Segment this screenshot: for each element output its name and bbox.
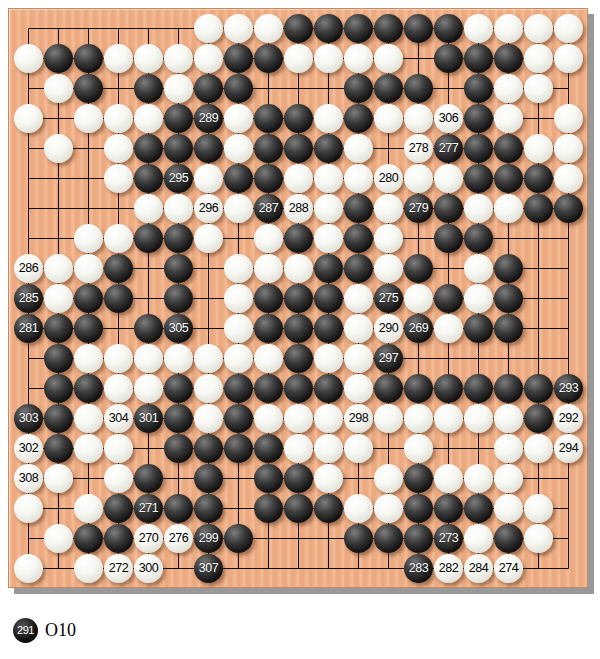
intersection-r6-c19[interactable]	[554, 164, 584, 194]
intersection-r12-c17[interactable]	[494, 344, 524, 374]
intersection-r16-c13[interactable]	[374, 464, 404, 494]
intersection-r12-c13[interactable]: 297	[374, 344, 404, 374]
intersection-r15-c15[interactable]	[434, 434, 464, 464]
intersection-r6-c10[interactable]	[284, 164, 314, 194]
intersection-r9-c5[interactable]	[134, 254, 164, 284]
intersection-r9-c19[interactable]	[554, 254, 584, 284]
intersection-r10-c1[interactable]: 285	[14, 284, 44, 314]
intersection-r1-c16[interactable]	[464, 14, 494, 44]
intersection-r1-c17[interactable]	[494, 14, 524, 44]
intersection-r12-c14[interactable]	[404, 344, 434, 374]
intersection-r1-c12[interactable]	[344, 14, 374, 44]
intersection-r7-c15[interactable]	[434, 194, 464, 224]
intersection-r11-c4[interactable]	[104, 314, 134, 344]
intersection-r13-c10[interactable]	[284, 374, 314, 404]
intersection-r8-c18[interactable]	[524, 224, 554, 254]
intersection-r8-c3[interactable]	[74, 224, 104, 254]
intersection-r19-c7[interactable]: 307	[194, 554, 224, 584]
intersection-r17-c19[interactable]	[554, 494, 584, 524]
intersection-r12-c8[interactable]	[224, 344, 254, 374]
intersection-r13-c6[interactable]	[164, 374, 194, 404]
intersection-r14-c2[interactable]	[44, 404, 74, 434]
intersection-r10-c12[interactable]	[344, 284, 374, 314]
intersection-r6-c12[interactable]	[344, 164, 374, 194]
intersection-r10-c4[interactable]	[104, 284, 134, 314]
intersection-r5-c11[interactable]	[314, 134, 344, 164]
intersection-r11-c3[interactable]	[74, 314, 104, 344]
intersection-r19-c16[interactable]: 284	[464, 554, 494, 584]
intersection-r13-c8[interactable]	[224, 374, 254, 404]
intersection-r7-c12[interactable]	[344, 194, 374, 224]
intersection-r1-c18[interactable]	[524, 14, 554, 44]
intersection-r3-c1[interactable]	[14, 74, 44, 104]
intersection-r11-c2[interactable]	[44, 314, 74, 344]
intersection-r18-c14[interactable]	[404, 524, 434, 554]
intersection-r2-c16[interactable]	[464, 44, 494, 74]
intersection-r17-c2[interactable]	[44, 494, 74, 524]
intersection-r3-c2[interactable]	[44, 74, 74, 104]
intersection-r11-c14[interactable]: 269	[404, 314, 434, 344]
intersection-r6-c9[interactable]	[254, 164, 284, 194]
intersection-r8-c4[interactable]	[104, 224, 134, 254]
intersection-r13-c16[interactable]	[464, 374, 494, 404]
intersection-r12-c11[interactable]	[314, 344, 344, 374]
intersection-r10-c3[interactable]	[74, 284, 104, 314]
intersection-r19-c14[interactable]: 283	[404, 554, 434, 584]
intersection-r9-c10[interactable]	[284, 254, 314, 284]
intersection-r5-c14[interactable]: 278	[404, 134, 434, 164]
intersection-r2-c5[interactable]	[134, 44, 164, 74]
intersection-r6-c7[interactable]	[194, 164, 224, 194]
intersection-r1-c2[interactable]	[44, 14, 74, 44]
intersection-r6-c13[interactable]: 280	[374, 164, 404, 194]
intersection-r3-c7[interactable]	[194, 74, 224, 104]
intersection-r4-c8[interactable]	[224, 104, 254, 134]
intersection-r6-c17[interactable]	[494, 164, 524, 194]
intersection-r4-c15[interactable]: 306	[434, 104, 464, 134]
intersection-r14-c10[interactable]	[284, 404, 314, 434]
intersection-r18-c16[interactable]	[464, 524, 494, 554]
intersection-r10-c7[interactable]	[194, 284, 224, 314]
intersection-r15-c12[interactable]	[344, 434, 374, 464]
intersection-r15-c1[interactable]: 302	[14, 434, 44, 464]
intersection-r7-c10[interactable]: 288	[284, 194, 314, 224]
intersection-r11-c8[interactable]	[224, 314, 254, 344]
intersection-r16-c12[interactable]	[344, 464, 374, 494]
intersection-r14-c18[interactable]	[524, 404, 554, 434]
intersection-r3-c19[interactable]	[554, 74, 584, 104]
intersection-r18-c10[interactable]	[284, 524, 314, 554]
intersection-r6-c18[interactable]	[524, 164, 554, 194]
intersection-r16-c2[interactable]	[44, 464, 74, 494]
intersection-r1-c5[interactable]	[134, 14, 164, 44]
intersection-r8-c8[interactable]	[224, 224, 254, 254]
intersection-r18-c3[interactable]	[74, 524, 104, 554]
intersection-r7-c1[interactable]	[14, 194, 44, 224]
intersection-r11-c15[interactable]	[434, 314, 464, 344]
intersection-r7-c14[interactable]: 279	[404, 194, 434, 224]
intersection-r1-c15[interactable]	[434, 14, 464, 44]
intersection-r15-c9[interactable]	[254, 434, 284, 464]
intersection-r1-c3[interactable]	[74, 14, 104, 44]
intersection-r1-c6[interactable]	[164, 14, 194, 44]
intersection-r19-c2[interactable]	[44, 554, 74, 584]
intersection-r18-c8[interactable]	[224, 524, 254, 554]
intersection-r3-c9[interactable]	[254, 74, 284, 104]
intersection-r2-c19[interactable]	[554, 44, 584, 74]
intersection-r14-c5[interactable]: 301	[134, 404, 164, 434]
intersection-r4-c4[interactable]	[104, 104, 134, 134]
intersection-r16-c16[interactable]	[464, 464, 494, 494]
intersection-r13-c5[interactable]	[134, 374, 164, 404]
intersection-r7-c5[interactable]	[134, 194, 164, 224]
intersection-r17-c6[interactable]	[164, 494, 194, 524]
intersection-r19-c9[interactable]	[254, 554, 284, 584]
intersection-r6-c2[interactable]	[44, 164, 74, 194]
intersection-r17-c13[interactable]	[374, 494, 404, 524]
intersection-r16-c19[interactable]	[554, 464, 584, 494]
intersection-r3-c14[interactable]	[404, 74, 434, 104]
intersection-r17-c14[interactable]	[404, 494, 434, 524]
intersection-r4-c17[interactable]	[494, 104, 524, 134]
intersection-r7-c9[interactable]: 287	[254, 194, 284, 224]
intersection-r14-c4[interactable]: 304	[104, 404, 134, 434]
intersection-r16-c3[interactable]	[74, 464, 104, 494]
intersection-r12-c4[interactable]	[104, 344, 134, 374]
intersection-r5-c17[interactable]	[494, 134, 524, 164]
intersection-r10-c10[interactable]	[284, 284, 314, 314]
intersection-r13-c11[interactable]	[314, 374, 344, 404]
intersection-r1-c19[interactable]	[554, 14, 584, 44]
intersection-r12-c1[interactable]	[14, 344, 44, 374]
intersection-r5-c5[interactable]	[134, 134, 164, 164]
intersection-r19-c11[interactable]	[314, 554, 344, 584]
intersection-r7-c13[interactable]	[374, 194, 404, 224]
intersection-r15-c7[interactable]	[194, 434, 224, 464]
intersection-r6-c5[interactable]	[134, 164, 164, 194]
intersection-r4-c5[interactable]	[134, 104, 164, 134]
intersection-r7-c8[interactable]	[224, 194, 254, 224]
intersection-r1-c4[interactable]	[104, 14, 134, 44]
intersection-r17-c9[interactable]	[254, 494, 284, 524]
intersection-r11-c9[interactable]	[254, 314, 284, 344]
intersection-r18-c19[interactable]	[554, 524, 584, 554]
intersection-r1-c10[interactable]	[284, 14, 314, 44]
intersection-r3-c3[interactable]	[74, 74, 104, 104]
intersection-r10-c2[interactable]	[44, 284, 74, 314]
intersection-r10-c5[interactable]	[134, 284, 164, 314]
intersection-r13-c18[interactable]	[524, 374, 554, 404]
intersection-r18-c17[interactable]	[494, 524, 524, 554]
intersection-r19-c12[interactable]	[344, 554, 374, 584]
intersection-r9-c2[interactable]	[44, 254, 74, 284]
intersection-r2-c13[interactable]	[374, 44, 404, 74]
intersection-r10-c16[interactable]	[464, 284, 494, 314]
intersection-r10-c17[interactable]	[494, 284, 524, 314]
intersection-r8-c2[interactable]	[44, 224, 74, 254]
intersection-r8-c17[interactable]	[494, 224, 524, 254]
intersection-r5-c4[interactable]	[104, 134, 134, 164]
intersection-r16-c18[interactable]	[524, 464, 554, 494]
intersection-r15-c2[interactable]	[44, 434, 74, 464]
intersection-r17-c17[interactable]	[494, 494, 524, 524]
intersection-r15-c13[interactable]	[374, 434, 404, 464]
intersection-r17-c8[interactable]	[224, 494, 254, 524]
intersection-r1-c7[interactable]	[194, 14, 224, 44]
intersection-r15-c14[interactable]	[404, 434, 434, 464]
intersection-r19-c18[interactable]	[524, 554, 554, 584]
intersection-r11-c7[interactable]	[194, 314, 224, 344]
intersection-r14-c1[interactable]: 303	[14, 404, 44, 434]
intersection-r5-c2[interactable]	[44, 134, 74, 164]
intersection-r10-c6[interactable]	[164, 284, 194, 314]
intersection-r18-c7[interactable]: 299	[194, 524, 224, 554]
intersection-r17-c16[interactable]	[464, 494, 494, 524]
intersection-r14-c11[interactable]	[314, 404, 344, 434]
intersection-r7-c16[interactable]	[464, 194, 494, 224]
intersection-r15-c10[interactable]	[284, 434, 314, 464]
intersection-r14-c6[interactable]	[164, 404, 194, 434]
intersection-r18-c5[interactable]: 270	[134, 524, 164, 554]
intersection-r2-c17[interactable]	[494, 44, 524, 74]
intersection-r6-c6[interactable]: 295	[164, 164, 194, 194]
intersection-r19-c8[interactable]	[224, 554, 254, 584]
intersection-r4-c2[interactable]	[44, 104, 74, 134]
intersection-r17-c11[interactable]	[314, 494, 344, 524]
intersection-r14-c16[interactable]	[464, 404, 494, 434]
intersection-r5-c8[interactable]	[224, 134, 254, 164]
intersection-r18-c2[interactable]	[44, 524, 74, 554]
intersection-r19-c4[interactable]: 272	[104, 554, 134, 584]
intersection-r3-c15[interactable]	[434, 74, 464, 104]
intersection-r8-c10[interactable]	[284, 224, 314, 254]
intersection-r9-c9[interactable]	[254, 254, 284, 284]
intersection-r19-c6[interactable]	[164, 554, 194, 584]
intersection-r16-c5[interactable]	[134, 464, 164, 494]
intersection-r14-c12[interactable]: 298	[344, 404, 374, 434]
intersection-r3-c16[interactable]	[464, 74, 494, 104]
intersection-r3-c12[interactable]	[344, 74, 374, 104]
intersection-r9-c12[interactable]	[344, 254, 374, 284]
intersection-r6-c3[interactable]	[74, 164, 104, 194]
intersection-r9-c6[interactable]	[164, 254, 194, 284]
intersection-r19-c1[interactable]	[14, 554, 44, 584]
intersection-r2-c10[interactable]	[284, 44, 314, 74]
intersection-r17-c15[interactable]	[434, 494, 464, 524]
intersection-r9-c15[interactable]	[434, 254, 464, 284]
intersection-r5-c13[interactable]	[374, 134, 404, 164]
intersection-r15-c19[interactable]: 294	[554, 434, 584, 464]
intersection-r8-c12[interactable]	[344, 224, 374, 254]
intersection-r4-c11[interactable]	[314, 104, 344, 134]
intersection-r11-c19[interactable]	[554, 314, 584, 344]
intersection-r8-c14[interactable]	[404, 224, 434, 254]
intersection-r5-c16[interactable]	[464, 134, 494, 164]
intersection-r11-c10[interactable]	[284, 314, 314, 344]
intersection-r10-c18[interactable]	[524, 284, 554, 314]
intersection-r7-c7[interactable]: 296	[194, 194, 224, 224]
intersection-r11-c11[interactable]	[314, 314, 344, 344]
intersection-r2-c1[interactable]	[14, 44, 44, 74]
intersection-r4-c3[interactable]	[74, 104, 104, 134]
intersection-r15-c8[interactable]	[224, 434, 254, 464]
intersection-r5-c1[interactable]	[14, 134, 44, 164]
intersection-r11-c16[interactable]	[464, 314, 494, 344]
intersection-r11-c13[interactable]: 290	[374, 314, 404, 344]
intersection-r18-c9[interactable]	[254, 524, 284, 554]
intersection-r7-c19[interactable]	[554, 194, 584, 224]
intersection-r7-c6[interactable]	[164, 194, 194, 224]
intersection-r19-c3[interactable]	[74, 554, 104, 584]
intersection-r8-c11[interactable]	[314, 224, 344, 254]
intersection-r10-c13[interactable]: 275	[374, 284, 404, 314]
intersection-r8-c5[interactable]	[134, 224, 164, 254]
intersection-r7-c18[interactable]	[524, 194, 554, 224]
intersection-r14-c15[interactable]	[434, 404, 464, 434]
intersection-r19-c19[interactable]	[554, 554, 584, 584]
intersection-r12-c5[interactable]	[134, 344, 164, 374]
intersection-r2-c3[interactable]	[74, 44, 104, 74]
intersection-r12-c2[interactable]	[44, 344, 74, 374]
intersection-r5-c7[interactable]	[194, 134, 224, 164]
intersection-r18-c6[interactable]: 276	[164, 524, 194, 554]
intersection-r9-c1[interactable]: 286	[14, 254, 44, 284]
intersection-r17-c18[interactable]	[524, 494, 554, 524]
intersection-r16-c1[interactable]: 308	[14, 464, 44, 494]
intersection-r5-c12[interactable]	[344, 134, 374, 164]
intersection-r2-c8[interactable]	[224, 44, 254, 74]
intersection-r2-c12[interactable]	[344, 44, 374, 74]
intersection-r1-c14[interactable]	[404, 14, 434, 44]
intersection-r10-c14[interactable]	[404, 284, 434, 314]
intersection-r13-c9[interactable]	[254, 374, 284, 404]
intersection-r14-c13[interactable]	[374, 404, 404, 434]
intersection-r8-c9[interactable]	[254, 224, 284, 254]
intersection-r16-c6[interactable]	[164, 464, 194, 494]
intersection-r2-c14[interactable]	[404, 44, 434, 74]
intersection-r18-c13[interactable]	[374, 524, 404, 554]
intersection-r8-c13[interactable]	[374, 224, 404, 254]
intersection-r13-c15[interactable]	[434, 374, 464, 404]
intersection-r6-c15[interactable]	[434, 164, 464, 194]
intersection-r9-c7[interactable]	[194, 254, 224, 284]
intersection-r2-c7[interactable]	[194, 44, 224, 74]
intersection-r7-c4[interactable]	[104, 194, 134, 224]
intersection-r5-c19[interactable]	[554, 134, 584, 164]
intersection-r14-c17[interactable]	[494, 404, 524, 434]
intersection-r14-c8[interactable]	[224, 404, 254, 434]
intersection-r3-c18[interactable]	[524, 74, 554, 104]
intersection-r15-c18[interactable]	[524, 434, 554, 464]
intersection-r12-c16[interactable]	[464, 344, 494, 374]
intersection-r13-c17[interactable]	[494, 374, 524, 404]
intersection-r5-c15[interactable]: 277	[434, 134, 464, 164]
intersection-r16-c10[interactable]	[284, 464, 314, 494]
intersection-r11-c1[interactable]: 281	[14, 314, 44, 344]
intersection-r2-c11[interactable]	[314, 44, 344, 74]
intersection-r1-c11[interactable]	[314, 14, 344, 44]
intersection-r7-c17[interactable]	[494, 194, 524, 224]
intersection-r16-c8[interactable]	[224, 464, 254, 494]
intersection-r17-c4[interactable]	[104, 494, 134, 524]
intersection-r13-c19[interactable]: 293	[554, 374, 584, 404]
intersection-r3-c5[interactable]	[134, 74, 164, 104]
intersection-r17-c10[interactable]	[284, 494, 314, 524]
intersection-r7-c11[interactable]	[314, 194, 344, 224]
intersection-r1-c8[interactable]	[224, 14, 254, 44]
intersection-r13-c7[interactable]	[194, 374, 224, 404]
intersection-r4-c10[interactable]	[284, 104, 314, 134]
intersection-r16-c17[interactable]	[494, 464, 524, 494]
intersection-r13-c12[interactable]	[344, 374, 374, 404]
intersection-r3-c17[interactable]	[494, 74, 524, 104]
intersection-r2-c6[interactable]	[164, 44, 194, 74]
intersection-r14-c7[interactable]	[194, 404, 224, 434]
intersection-r2-c2[interactable]	[44, 44, 74, 74]
intersection-r16-c9[interactable]	[254, 464, 284, 494]
intersection-r8-c15[interactable]	[434, 224, 464, 254]
intersection-r8-c19[interactable]	[554, 224, 584, 254]
intersection-r14-c3[interactable]	[74, 404, 104, 434]
intersection-r15-c17[interactable]	[494, 434, 524, 464]
intersection-r12-c15[interactable]	[434, 344, 464, 374]
intersection-r4-c7[interactable]: 289	[194, 104, 224, 134]
intersection-r8-c16[interactable]	[464, 224, 494, 254]
intersection-r15-c3[interactable]	[74, 434, 104, 464]
intersection-r11-c12[interactable]	[344, 314, 374, 344]
intersection-r4-c14[interactable]	[404, 104, 434, 134]
intersection-r8-c6[interactable]	[164, 224, 194, 254]
intersection-r9-c18[interactable]	[524, 254, 554, 284]
intersection-r5-c3[interactable]	[74, 134, 104, 164]
intersection-r2-c9[interactable]	[254, 44, 284, 74]
intersection-r2-c18[interactable]	[524, 44, 554, 74]
intersection-r3-c11[interactable]	[314, 74, 344, 104]
intersection-r1-c13[interactable]	[374, 14, 404, 44]
intersection-r9-c16[interactable]	[464, 254, 494, 284]
intersection-r11-c17[interactable]	[494, 314, 524, 344]
intersection-r8-c7[interactable]	[194, 224, 224, 254]
intersection-r13-c14[interactable]	[404, 374, 434, 404]
intersection-r13-c4[interactable]	[104, 374, 134, 404]
intersection-r12-c3[interactable]	[74, 344, 104, 374]
intersection-r12-c7[interactable]	[194, 344, 224, 374]
intersection-r19-c17[interactable]: 274	[494, 554, 524, 584]
intersection-r13-c13[interactable]	[374, 374, 404, 404]
intersection-r4-c19[interactable]	[554, 104, 584, 134]
intersection-r14-c9[interactable]	[254, 404, 284, 434]
intersection-r9-c13[interactable]	[374, 254, 404, 284]
intersection-r3-c6[interactable]	[164, 74, 194, 104]
intersection-r17-c3[interactable]	[74, 494, 104, 524]
intersection-r10-c9[interactable]	[254, 284, 284, 314]
intersection-r17-c12[interactable]	[344, 494, 374, 524]
intersection-r5-c9[interactable]	[254, 134, 284, 164]
intersection-r10-c11[interactable]	[314, 284, 344, 314]
intersection-r4-c9[interactable]	[254, 104, 284, 134]
intersection-r16-c15[interactable]	[434, 464, 464, 494]
intersection-r9-c3[interactable]	[74, 254, 104, 284]
intersection-r7-c3[interactable]	[74, 194, 104, 224]
intersection-r1-c1[interactable]	[14, 14, 44, 44]
intersection-r12-c6[interactable]	[164, 344, 194, 374]
intersection-r12-c10[interactable]	[284, 344, 314, 374]
intersection-r4-c18[interactable]	[524, 104, 554, 134]
intersection-r9-c14[interactable]	[404, 254, 434, 284]
intersection-r9-c8[interactable]	[224, 254, 254, 284]
intersection-r12-c9[interactable]	[254, 344, 284, 374]
intersection-r7-c2[interactable]	[44, 194, 74, 224]
